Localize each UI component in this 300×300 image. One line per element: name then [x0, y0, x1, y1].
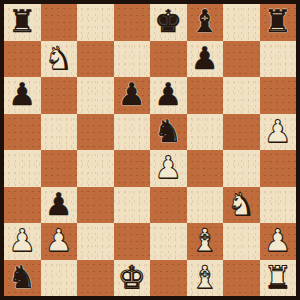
square-a7[interactable] [4, 41, 41, 78]
black-knight-e5[interactable]: ♞ [154, 114, 182, 150]
square-e2[interactable] [150, 223, 187, 260]
black-rook-a8[interactable]: ♜ [8, 4, 36, 40]
square-c7[interactable] [77, 41, 114, 78]
square-f5[interactable] [187, 114, 224, 151]
square-d7[interactable] [114, 41, 151, 78]
white-pawn-h5[interactable]: ♟ [264, 114, 292, 150]
square-h7[interactable] [260, 41, 297, 78]
square-b4[interactable] [41, 150, 78, 187]
square-a5[interactable] [4, 114, 41, 151]
square-c2[interactable] [77, 223, 114, 260]
square-d4[interactable] [114, 150, 151, 187]
black-pawn-a6[interactable]: ♟ [8, 77, 36, 113]
square-f6[interactable] [187, 77, 224, 114]
black-rook-h8[interactable]: ♜ [264, 4, 292, 40]
square-h5[interactable]: ♟ [260, 114, 297, 151]
square-a2[interactable]: ♟ [4, 223, 41, 260]
white-knight-g3[interactable]: ♞ [227, 187, 255, 223]
black-pawn-b3[interactable]: ♟ [45, 187, 73, 223]
square-d8[interactable] [114, 4, 151, 41]
square-c4[interactable] [77, 150, 114, 187]
black-pawn-d6[interactable]: ♟ [118, 77, 146, 113]
square-b8[interactable] [41, 4, 78, 41]
black-pawn-e6[interactable]: ♟ [154, 77, 182, 113]
square-a1[interactable]: ♞ [4, 260, 41, 297]
square-a3[interactable] [4, 187, 41, 224]
square-b1[interactable] [41, 260, 78, 297]
white-pawn-e4[interactable]: ♟ [154, 150, 182, 186]
white-king-d1[interactable]: ♚ [118, 260, 146, 296]
white-bishop-f2[interactable]: ♝ [191, 223, 219, 259]
square-f1[interactable]: ♝ [187, 260, 224, 297]
square-h2[interactable]: ♟ [260, 223, 297, 260]
square-f4[interactable] [187, 150, 224, 187]
square-f7[interactable]: ♟ [187, 41, 224, 78]
square-b7[interactable]: ♞ [41, 41, 78, 78]
square-d3[interactable] [114, 187, 151, 224]
black-bishop-f8[interactable]: ♝ [191, 4, 219, 40]
black-king-e8[interactable]: ♚ [154, 4, 182, 40]
square-g1[interactable] [223, 260, 260, 297]
square-c1[interactable] [77, 260, 114, 297]
square-h1[interactable]: ♜ [260, 260, 297, 297]
white-rook-h1[interactable]: ♜ [264, 260, 292, 296]
square-d2[interactable] [114, 223, 151, 260]
square-h3[interactable] [260, 187, 297, 224]
square-e3[interactable] [150, 187, 187, 224]
square-h4[interactable] [260, 150, 297, 187]
square-a8[interactable]: ♜ [4, 4, 41, 41]
square-g2[interactable] [223, 223, 260, 260]
square-b2[interactable]: ♟ [41, 223, 78, 260]
square-g4[interactable] [223, 150, 260, 187]
square-g5[interactable] [223, 114, 260, 151]
square-h8[interactable]: ♜ [260, 4, 297, 41]
square-g8[interactable] [223, 4, 260, 41]
square-c8[interactable] [77, 4, 114, 41]
white-bishop-f1[interactable]: ♝ [191, 260, 219, 296]
square-f8[interactable]: ♝ [187, 4, 224, 41]
square-f3[interactable] [187, 187, 224, 224]
square-a6[interactable]: ♟ [4, 77, 41, 114]
chess-board-frame: ♜♚♝♜♞♟♟♟♟♞♟♟♟♞♟♟♝♟♞♚♝♜ [0, 0, 300, 300]
square-e8[interactable]: ♚ [150, 4, 187, 41]
square-g3[interactable]: ♞ [223, 187, 260, 224]
square-c6[interactable] [77, 77, 114, 114]
white-knight-b7[interactable]: ♞ [45, 41, 73, 77]
square-g7[interactable] [223, 41, 260, 78]
square-g6[interactable] [223, 77, 260, 114]
square-h6[interactable] [260, 77, 297, 114]
square-e7[interactable] [150, 41, 187, 78]
square-d6[interactable]: ♟ [114, 77, 151, 114]
square-e4[interactable]: ♟ [150, 150, 187, 187]
square-b5[interactable] [41, 114, 78, 151]
white-pawn-a2[interactable]: ♟ [8, 223, 36, 259]
square-c5[interactable] [77, 114, 114, 151]
white-pawn-h2[interactable]: ♟ [264, 223, 292, 259]
black-knight-a1[interactable]: ♞ [8, 260, 36, 296]
square-e6[interactable]: ♟ [150, 77, 187, 114]
square-c3[interactable] [77, 187, 114, 224]
square-b3[interactable]: ♟ [41, 187, 78, 224]
white-pawn-b2[interactable]: ♟ [45, 223, 73, 259]
square-e1[interactable] [150, 260, 187, 297]
square-b6[interactable] [41, 77, 78, 114]
black-pawn-f7[interactable]: ♟ [191, 41, 219, 77]
square-d5[interactable] [114, 114, 151, 151]
chess-board: ♜♚♝♜♞♟♟♟♟♞♟♟♟♞♟♟♝♟♞♚♝♜ [4, 4, 296, 296]
square-f2[interactable]: ♝ [187, 223, 224, 260]
square-e5[interactable]: ♞ [150, 114, 187, 151]
square-a4[interactable] [4, 150, 41, 187]
square-d1[interactable]: ♚ [114, 260, 151, 297]
